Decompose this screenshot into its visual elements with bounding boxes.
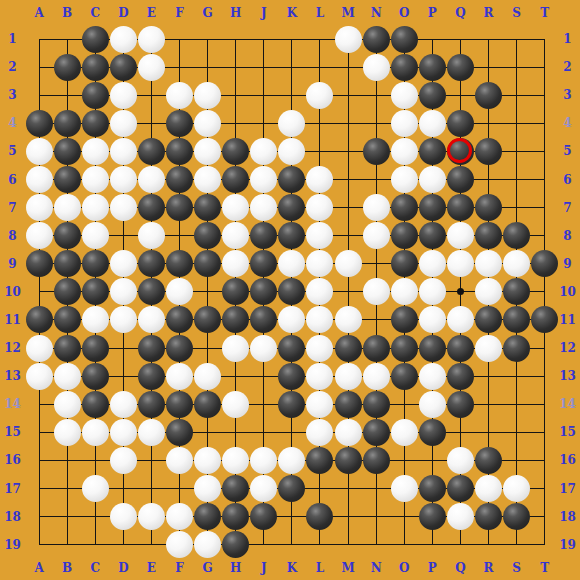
intersection-N7[interactable] <box>362 194 390 222</box>
intersection-M15[interactable] <box>334 418 362 446</box>
intersection-T4[interactable] <box>531 109 559 137</box>
intersection-B8[interactable] <box>53 222 81 250</box>
intersection-O8[interactable] <box>390 222 418 250</box>
intersection-Q15[interactable] <box>446 418 474 446</box>
intersection-T7[interactable] <box>531 194 559 222</box>
intersection-H10[interactable] <box>222 278 250 306</box>
intersection-K5[interactable] <box>278 137 306 165</box>
intersection-T1[interactable] <box>531 25 559 53</box>
intersection-P8[interactable] <box>418 222 446 250</box>
intersection-E14[interactable] <box>137 390 165 418</box>
intersection-L5[interactable] <box>306 137 334 165</box>
intersection-J16[interactable] <box>250 446 278 474</box>
intersection-J3[interactable] <box>250 81 278 109</box>
intersection-H8[interactable] <box>222 222 250 250</box>
intersection-J15[interactable] <box>250 418 278 446</box>
intersection-F6[interactable] <box>165 165 193 193</box>
intersection-L10[interactable] <box>306 278 334 306</box>
intersection-C15[interactable] <box>81 418 109 446</box>
intersection-H7[interactable] <box>222 194 250 222</box>
intersection-M9[interactable] <box>334 250 362 278</box>
intersection-S19[interactable] <box>503 531 531 559</box>
intersection-O14[interactable] <box>390 390 418 418</box>
intersection-E7[interactable] <box>137 194 165 222</box>
intersection-F4[interactable] <box>165 109 193 137</box>
intersection-H6[interactable] <box>222 165 250 193</box>
intersection-B18[interactable] <box>53 503 81 531</box>
intersection-B10[interactable] <box>53 278 81 306</box>
intersection-T19[interactable] <box>531 531 559 559</box>
intersection-A4[interactable] <box>25 109 53 137</box>
intersection-B11[interactable] <box>53 306 81 334</box>
intersection-C4[interactable] <box>81 109 109 137</box>
intersection-O2[interactable] <box>390 53 418 81</box>
intersection-M8[interactable] <box>334 222 362 250</box>
intersection-R15[interactable] <box>475 418 503 446</box>
intersection-P9[interactable] <box>418 250 446 278</box>
intersection-D9[interactable] <box>109 250 137 278</box>
intersection-M7[interactable] <box>334 194 362 222</box>
intersection-P5[interactable] <box>418 137 446 165</box>
intersection-R9[interactable] <box>475 250 503 278</box>
intersection-R3[interactable] <box>475 81 503 109</box>
intersection-S13[interactable] <box>503 362 531 390</box>
intersection-N17[interactable] <box>362 475 390 503</box>
intersection-G18[interactable] <box>194 503 222 531</box>
intersection-R17[interactable] <box>475 475 503 503</box>
intersection-S5[interactable] <box>503 137 531 165</box>
intersection-Q7[interactable] <box>446 194 474 222</box>
intersection-G12[interactable] <box>194 334 222 362</box>
intersection-O6[interactable] <box>390 165 418 193</box>
intersection-R7[interactable] <box>475 194 503 222</box>
intersection-R14[interactable] <box>475 390 503 418</box>
intersection-O13[interactable] <box>390 362 418 390</box>
intersection-B16[interactable] <box>53 446 81 474</box>
intersection-T5[interactable] <box>531 137 559 165</box>
intersection-D2[interactable] <box>109 53 137 81</box>
intersection-D7[interactable] <box>109 194 137 222</box>
intersection-R16[interactable] <box>475 446 503 474</box>
intersection-C9[interactable] <box>81 250 109 278</box>
intersection-N13[interactable] <box>362 362 390 390</box>
intersection-H15[interactable] <box>222 418 250 446</box>
intersection-D12[interactable] <box>109 334 137 362</box>
intersection-H4[interactable] <box>222 109 250 137</box>
intersection-G6[interactable] <box>194 165 222 193</box>
intersection-E2[interactable] <box>137 53 165 81</box>
intersection-E19[interactable] <box>137 531 165 559</box>
intersection-K11[interactable] <box>278 306 306 334</box>
intersection-F8[interactable] <box>165 222 193 250</box>
intersection-B19[interactable] <box>53 531 81 559</box>
intersection-M4[interactable] <box>334 109 362 137</box>
intersection-E16[interactable] <box>137 446 165 474</box>
intersection-Q4[interactable] <box>446 109 474 137</box>
intersection-E8[interactable] <box>137 222 165 250</box>
intersection-A15[interactable] <box>25 418 53 446</box>
intersection-F7[interactable] <box>165 194 193 222</box>
intersection-M3[interactable] <box>334 81 362 109</box>
intersection-L12[interactable] <box>306 334 334 362</box>
intersection-D15[interactable] <box>109 418 137 446</box>
intersection-C19[interactable] <box>81 531 109 559</box>
intersection-Q11[interactable] <box>446 306 474 334</box>
intersection-A17[interactable] <box>25 475 53 503</box>
intersection-M6[interactable] <box>334 165 362 193</box>
intersection-B13[interactable] <box>53 362 81 390</box>
intersection-P14[interactable] <box>418 390 446 418</box>
intersection-B15[interactable] <box>53 418 81 446</box>
intersection-A19[interactable] <box>25 531 53 559</box>
intersection-N11[interactable] <box>362 306 390 334</box>
intersection-G2[interactable] <box>194 53 222 81</box>
intersection-E12[interactable] <box>137 334 165 362</box>
intersection-O4[interactable] <box>390 109 418 137</box>
intersection-F15[interactable] <box>165 418 193 446</box>
intersection-H12[interactable] <box>222 334 250 362</box>
intersection-O1[interactable] <box>390 25 418 53</box>
intersection-D10[interactable] <box>109 278 137 306</box>
intersection-P4[interactable] <box>418 109 446 137</box>
intersection-J2[interactable] <box>250 53 278 81</box>
intersection-O11[interactable] <box>390 306 418 334</box>
intersection-J17[interactable] <box>250 475 278 503</box>
intersection-C5[interactable] <box>81 137 109 165</box>
intersection-C17[interactable] <box>81 475 109 503</box>
intersection-K10[interactable] <box>278 278 306 306</box>
intersection-A13[interactable] <box>25 362 53 390</box>
intersection-E3[interactable] <box>137 81 165 109</box>
intersection-L6[interactable] <box>306 165 334 193</box>
intersection-D5[interactable] <box>109 137 137 165</box>
intersection-F5[interactable] <box>165 137 193 165</box>
intersection-E10[interactable] <box>137 278 165 306</box>
intersection-J1[interactable] <box>250 25 278 53</box>
intersection-J13[interactable] <box>250 362 278 390</box>
intersection-H16[interactable] <box>222 446 250 474</box>
intersection-O9[interactable] <box>390 250 418 278</box>
intersection-J4[interactable] <box>250 109 278 137</box>
intersection-D18[interactable] <box>109 503 137 531</box>
intersection-H2[interactable] <box>222 53 250 81</box>
intersection-S2[interactable] <box>503 53 531 81</box>
intersection-P18[interactable] <box>418 503 446 531</box>
intersection-N5[interactable] <box>362 137 390 165</box>
intersection-S9[interactable] <box>503 250 531 278</box>
intersection-P12[interactable] <box>418 334 446 362</box>
intersection-N2[interactable] <box>362 53 390 81</box>
intersection-Q5[interactable] <box>446 137 474 165</box>
intersection-F9[interactable] <box>165 250 193 278</box>
intersection-Q6[interactable] <box>446 165 474 193</box>
intersection-N14[interactable] <box>362 390 390 418</box>
intersection-J9[interactable] <box>250 250 278 278</box>
intersection-D8[interactable] <box>109 222 137 250</box>
intersection-P7[interactable] <box>418 194 446 222</box>
intersection-M11[interactable] <box>334 306 362 334</box>
go-board-grid[interactable] <box>25 25 559 559</box>
intersection-K17[interactable] <box>278 475 306 503</box>
intersection-O12[interactable] <box>390 334 418 362</box>
intersection-S1[interactable] <box>503 25 531 53</box>
intersection-L19[interactable] <box>306 531 334 559</box>
intersection-N1[interactable] <box>362 25 390 53</box>
intersection-F10[interactable] <box>165 278 193 306</box>
intersection-G17[interactable] <box>194 475 222 503</box>
intersection-F3[interactable] <box>165 81 193 109</box>
intersection-M14[interactable] <box>334 390 362 418</box>
intersection-M1[interactable] <box>334 25 362 53</box>
intersection-O3[interactable] <box>390 81 418 109</box>
intersection-A18[interactable] <box>25 503 53 531</box>
intersection-G5[interactable] <box>194 137 222 165</box>
intersection-A16[interactable] <box>25 446 53 474</box>
intersection-O17[interactable] <box>390 475 418 503</box>
intersection-L17[interactable] <box>306 475 334 503</box>
intersection-R6[interactable] <box>475 165 503 193</box>
intersection-G11[interactable] <box>194 306 222 334</box>
intersection-F13[interactable] <box>165 362 193 390</box>
intersection-N15[interactable] <box>362 418 390 446</box>
intersection-J10[interactable] <box>250 278 278 306</box>
intersection-K4[interactable] <box>278 109 306 137</box>
intersection-E5[interactable] <box>137 137 165 165</box>
intersection-S10[interactable] <box>503 278 531 306</box>
intersection-L2[interactable] <box>306 53 334 81</box>
intersection-L18[interactable] <box>306 503 334 531</box>
intersection-E13[interactable] <box>137 362 165 390</box>
intersection-M5[interactable] <box>334 137 362 165</box>
intersection-M10[interactable] <box>334 278 362 306</box>
intersection-L11[interactable] <box>306 306 334 334</box>
intersection-G3[interactable] <box>194 81 222 109</box>
intersection-D1[interactable] <box>109 25 137 53</box>
intersection-F16[interactable] <box>165 446 193 474</box>
intersection-N19[interactable] <box>362 531 390 559</box>
intersection-G7[interactable] <box>194 194 222 222</box>
intersection-K1[interactable] <box>278 25 306 53</box>
intersection-E15[interactable] <box>137 418 165 446</box>
intersection-S6[interactable] <box>503 165 531 193</box>
intersection-N12[interactable] <box>362 334 390 362</box>
intersection-H11[interactable] <box>222 306 250 334</box>
intersection-R12[interactable] <box>475 334 503 362</box>
intersection-B3[interactable] <box>53 81 81 109</box>
intersection-Q1[interactable] <box>446 25 474 53</box>
intersection-M19[interactable] <box>334 531 362 559</box>
intersection-A3[interactable] <box>25 81 53 109</box>
intersection-E17[interactable] <box>137 475 165 503</box>
intersection-R11[interactable] <box>475 306 503 334</box>
intersection-B6[interactable] <box>53 165 81 193</box>
intersection-J14[interactable] <box>250 390 278 418</box>
intersection-N3[interactable] <box>362 81 390 109</box>
intersection-B5[interactable] <box>53 137 81 165</box>
intersection-O18[interactable] <box>390 503 418 531</box>
intersection-B7[interactable] <box>53 194 81 222</box>
intersection-F17[interactable] <box>165 475 193 503</box>
intersection-A12[interactable] <box>25 334 53 362</box>
intersection-M17[interactable] <box>334 475 362 503</box>
intersection-B9[interactable] <box>53 250 81 278</box>
intersection-A10[interactable] <box>25 278 53 306</box>
intersection-K13[interactable] <box>278 362 306 390</box>
intersection-A2[interactable] <box>25 53 53 81</box>
intersection-G15[interactable] <box>194 418 222 446</box>
intersection-C8[interactable] <box>81 222 109 250</box>
intersection-N4[interactable] <box>362 109 390 137</box>
intersection-L8[interactable] <box>306 222 334 250</box>
intersection-D6[interactable] <box>109 165 137 193</box>
intersection-D3[interactable] <box>109 81 137 109</box>
intersection-J6[interactable] <box>250 165 278 193</box>
intersection-S7[interactable] <box>503 194 531 222</box>
intersection-D19[interactable] <box>109 531 137 559</box>
intersection-B14[interactable] <box>53 390 81 418</box>
intersection-T12[interactable] <box>531 334 559 362</box>
intersection-P1[interactable] <box>418 25 446 53</box>
intersection-J18[interactable] <box>250 503 278 531</box>
intersection-J8[interactable] <box>250 222 278 250</box>
intersection-J19[interactable] <box>250 531 278 559</box>
intersection-C13[interactable] <box>81 362 109 390</box>
intersection-H1[interactable] <box>222 25 250 53</box>
intersection-L1[interactable] <box>306 25 334 53</box>
intersection-F19[interactable] <box>165 531 193 559</box>
intersection-H9[interactable] <box>222 250 250 278</box>
intersection-O15[interactable] <box>390 418 418 446</box>
intersection-N6[interactable] <box>362 165 390 193</box>
intersection-J5[interactable] <box>250 137 278 165</box>
intersection-B17[interactable] <box>53 475 81 503</box>
intersection-R4[interactable] <box>475 109 503 137</box>
intersection-K16[interactable] <box>278 446 306 474</box>
intersection-T16[interactable] <box>531 446 559 474</box>
intersection-G14[interactable] <box>194 390 222 418</box>
intersection-S12[interactable] <box>503 334 531 362</box>
intersection-G9[interactable] <box>194 250 222 278</box>
intersection-D13[interactable] <box>109 362 137 390</box>
intersection-Q13[interactable] <box>446 362 474 390</box>
intersection-E4[interactable] <box>137 109 165 137</box>
intersection-P10[interactable] <box>418 278 446 306</box>
intersection-P16[interactable] <box>418 446 446 474</box>
intersection-C10[interactable] <box>81 278 109 306</box>
intersection-K2[interactable] <box>278 53 306 81</box>
intersection-G8[interactable] <box>194 222 222 250</box>
intersection-Q16[interactable] <box>446 446 474 474</box>
intersection-H5[interactable] <box>222 137 250 165</box>
intersection-S8[interactable] <box>503 222 531 250</box>
intersection-S17[interactable] <box>503 475 531 503</box>
intersection-L7[interactable] <box>306 194 334 222</box>
intersection-C6[interactable] <box>81 165 109 193</box>
intersection-E1[interactable] <box>137 25 165 53</box>
intersection-A8[interactable] <box>25 222 53 250</box>
intersection-J11[interactable] <box>250 306 278 334</box>
intersection-H18[interactable] <box>222 503 250 531</box>
intersection-F11[interactable] <box>165 306 193 334</box>
intersection-P13[interactable] <box>418 362 446 390</box>
intersection-G16[interactable] <box>194 446 222 474</box>
intersection-P15[interactable] <box>418 418 446 446</box>
intersection-L14[interactable] <box>306 390 334 418</box>
intersection-O10[interactable] <box>390 278 418 306</box>
intersection-R10[interactable] <box>475 278 503 306</box>
intersection-A7[interactable] <box>25 194 53 222</box>
intersection-Q18[interactable] <box>446 503 474 531</box>
intersection-J12[interactable] <box>250 334 278 362</box>
intersection-N8[interactable] <box>362 222 390 250</box>
intersection-A6[interactable] <box>25 165 53 193</box>
intersection-H14[interactable] <box>222 390 250 418</box>
intersection-T11[interactable] <box>531 306 559 334</box>
intersection-Q3[interactable] <box>446 81 474 109</box>
intersection-K3[interactable] <box>278 81 306 109</box>
intersection-L16[interactable] <box>306 446 334 474</box>
intersection-R19[interactable] <box>475 531 503 559</box>
intersection-T6[interactable] <box>531 165 559 193</box>
intersection-Q12[interactable] <box>446 334 474 362</box>
intersection-S16[interactable] <box>503 446 531 474</box>
intersection-Q10[interactable] <box>446 278 474 306</box>
intersection-N10[interactable] <box>362 278 390 306</box>
intersection-Q17[interactable] <box>446 475 474 503</box>
intersection-K18[interactable] <box>278 503 306 531</box>
intersection-S11[interactable] <box>503 306 531 334</box>
intersection-B2[interactable] <box>53 53 81 81</box>
intersection-C2[interactable] <box>81 53 109 81</box>
intersection-B12[interactable] <box>53 334 81 362</box>
intersection-A9[interactable] <box>25 250 53 278</box>
intersection-B1[interactable] <box>53 25 81 53</box>
intersection-N9[interactable] <box>362 250 390 278</box>
intersection-T14[interactable] <box>531 390 559 418</box>
intersection-F2[interactable] <box>165 53 193 81</box>
intersection-T17[interactable] <box>531 475 559 503</box>
intersection-O7[interactable] <box>390 194 418 222</box>
intersection-P3[interactable] <box>418 81 446 109</box>
intersection-E11[interactable] <box>137 306 165 334</box>
intersection-F18[interactable] <box>165 503 193 531</box>
intersection-D4[interactable] <box>109 109 137 137</box>
intersection-C12[interactable] <box>81 334 109 362</box>
intersection-K14[interactable] <box>278 390 306 418</box>
intersection-S15[interactable] <box>503 418 531 446</box>
intersection-L3[interactable] <box>306 81 334 109</box>
intersection-P6[interactable] <box>418 165 446 193</box>
intersection-R13[interactable] <box>475 362 503 390</box>
intersection-E9[interactable] <box>137 250 165 278</box>
intersection-F14[interactable] <box>165 390 193 418</box>
intersection-K19[interactable] <box>278 531 306 559</box>
intersection-P17[interactable] <box>418 475 446 503</box>
intersection-C16[interactable] <box>81 446 109 474</box>
intersection-E18[interactable] <box>137 503 165 531</box>
intersection-R18[interactable] <box>475 503 503 531</box>
intersection-A11[interactable] <box>25 306 53 334</box>
intersection-M16[interactable] <box>334 446 362 474</box>
intersection-T3[interactable] <box>531 81 559 109</box>
intersection-S18[interactable] <box>503 503 531 531</box>
intersection-M12[interactable] <box>334 334 362 362</box>
intersection-B4[interactable] <box>53 109 81 137</box>
intersection-Q14[interactable] <box>446 390 474 418</box>
intersection-C3[interactable] <box>81 81 109 109</box>
intersection-C7[interactable] <box>81 194 109 222</box>
intersection-D16[interactable] <box>109 446 137 474</box>
